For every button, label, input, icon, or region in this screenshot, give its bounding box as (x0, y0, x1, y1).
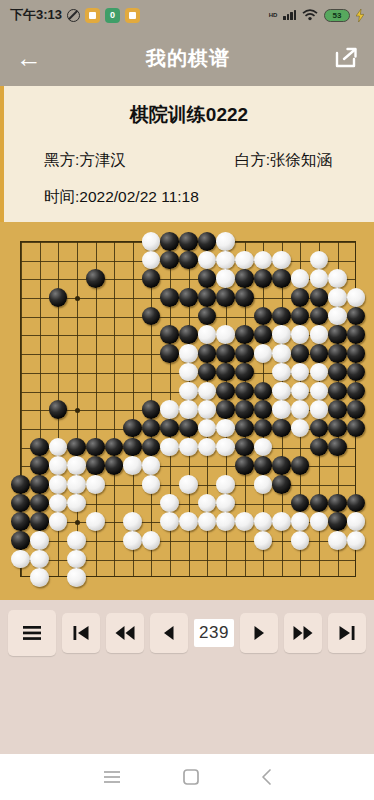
white-stone (179, 400, 198, 419)
notification-badge-icon (85, 8, 100, 23)
white-stone (49, 475, 68, 494)
black-stone (235, 382, 254, 401)
black-stone (235, 363, 254, 382)
black-stone (254, 456, 273, 475)
white-stone (123, 531, 142, 550)
menu-button[interactable] (8, 610, 56, 656)
notification-badge-icon (125, 8, 140, 23)
black-stone (347, 325, 366, 344)
black-stone (235, 288, 254, 307)
black-stone (310, 288, 329, 307)
white-stone (310, 382, 329, 401)
white-stone (272, 325, 291, 344)
black-stone (254, 382, 273, 401)
white-stone (86, 475, 105, 494)
black-stone (198, 269, 217, 288)
white-stone (49, 456, 68, 475)
page-title: 我的棋谱 (146, 45, 230, 72)
wifi-icon (302, 9, 318, 21)
back-button[interactable]: ← (16, 45, 42, 71)
white-stone (216, 269, 235, 288)
black-player-label: 黑方:方津汉 (44, 150, 126, 171)
white-stone (328, 531, 347, 550)
nav-home-button[interactable] (181, 767, 201, 787)
signal-icon (283, 10, 296, 20)
black-stone (30, 438, 49, 457)
black-stone (328, 382, 347, 401)
black-stone (347, 494, 366, 513)
white-stone (67, 494, 86, 513)
white-stone (142, 475, 161, 494)
white-stone (11, 550, 30, 569)
white-stone (216, 325, 235, 344)
white-stone (67, 568, 86, 587)
white-stone (30, 531, 49, 550)
nav-menu-button[interactable] (101, 769, 123, 785)
next-move-button[interactable] (240, 613, 278, 653)
white-stone (30, 550, 49, 569)
white-stone (160, 400, 179, 419)
black-stone (86, 456, 105, 475)
notification-badge-icon: 0 (105, 8, 120, 23)
black-stone (30, 512, 49, 531)
white-stone (160, 494, 179, 513)
black-stone (328, 363, 347, 382)
black-stone (216, 288, 235, 307)
black-stone (235, 456, 254, 475)
black-stone (11, 512, 30, 531)
white-stone (216, 494, 235, 513)
black-stone (347, 400, 366, 419)
black-stone (11, 494, 30, 513)
black-stone (272, 475, 291, 494)
black-stone (328, 344, 347, 363)
white-stone (254, 344, 273, 363)
white-stone (123, 512, 142, 531)
white-stone (179, 512, 198, 531)
black-stone (254, 269, 273, 288)
black-stone (30, 456, 49, 475)
black-stone (67, 438, 86, 457)
black-stone (328, 438, 347, 457)
white-stone (160, 512, 179, 531)
black-stone (30, 475, 49, 494)
black-stone (347, 382, 366, 401)
white-stone (67, 550, 86, 569)
black-stone (328, 400, 347, 419)
charging-bolt-icon (356, 9, 364, 22)
black-stone (179, 325, 198, 344)
white-stone (310, 400, 329, 419)
white-stone (216, 512, 235, 531)
black-stone (11, 531, 30, 550)
black-stone (291, 344, 310, 363)
white-stone (310, 269, 329, 288)
white-stone (328, 307, 347, 326)
black-stone (310, 438, 329, 457)
white-stone (216, 475, 235, 494)
white-stone (142, 456, 161, 475)
white-stone (347, 288, 366, 307)
move-number-display[interactable]: 239 (194, 619, 234, 647)
black-stone (291, 288, 310, 307)
black-stone (254, 400, 273, 419)
black-stone (179, 232, 198, 251)
first-move-button[interactable] (62, 613, 100, 653)
white-player-label: 白方:张徐知涵 (235, 150, 332, 171)
white-stone (67, 531, 86, 550)
black-stone (198, 288, 217, 307)
black-stone (328, 325, 347, 344)
battery-icon: 53 (324, 9, 350, 22)
white-stone (272, 251, 291, 270)
black-stone (179, 251, 198, 270)
white-stone (291, 531, 310, 550)
white-stone (142, 531, 161, 550)
white-stone (310, 325, 329, 344)
app-screen: 下午3:13 0 HD 53 ← 我的棋谱 (0, 0, 374, 800)
game-info-panel: 棋院训练0222 黑方:方津汉 白方:张徐知涵 时间:2022/02/22 11… (0, 86, 374, 222)
black-stone (328, 419, 347, 438)
white-stone (235, 512, 254, 531)
white-stone (30, 568, 49, 587)
mute-icon (67, 9, 80, 22)
white-stone (291, 400, 310, 419)
go-board[interactable] (0, 222, 374, 600)
playback-controls: 239 (0, 600, 374, 754)
black-stone (123, 419, 142, 438)
white-stone (254, 475, 273, 494)
white-stone (254, 531, 273, 550)
black-stone (30, 494, 49, 513)
white-stone (198, 512, 217, 531)
fast-forward-button[interactable] (284, 613, 322, 653)
black-stone (347, 344, 366, 363)
white-stone (179, 438, 198, 457)
white-stone (216, 438, 235, 457)
star-point (75, 520, 80, 525)
white-stone (328, 288, 347, 307)
android-nav-bar (0, 754, 374, 800)
black-stone (235, 400, 254, 419)
white-stone (272, 400, 291, 419)
black-stone (123, 438, 142, 457)
black-stone (235, 344, 254, 363)
nav-back-button[interactable] (259, 767, 273, 787)
white-stone (123, 456, 142, 475)
black-stone (86, 269, 105, 288)
black-stone (160, 344, 179, 363)
black-stone (49, 400, 68, 419)
black-stone (216, 344, 235, 363)
black-stone (347, 363, 366, 382)
black-stone (310, 344, 329, 363)
black-stone (347, 419, 366, 438)
black-stone (142, 400, 161, 419)
white-stone (179, 475, 198, 494)
white-stone (160, 438, 179, 457)
white-stone (216, 251, 235, 270)
white-stone (142, 232, 161, 251)
white-stone (179, 363, 198, 382)
black-stone (160, 232, 179, 251)
white-stone (49, 512, 68, 531)
black-stone (179, 288, 198, 307)
last-move-button[interactable] (328, 613, 366, 653)
white-stone (272, 344, 291, 363)
clock: 下午3:13 (10, 6, 62, 24)
star-point (75, 408, 80, 413)
hd-label: HD (269, 12, 278, 18)
white-stone (272, 382, 291, 401)
white-stone (67, 456, 86, 475)
previous-move-button[interactable] (150, 613, 188, 653)
black-stone (179, 419, 198, 438)
white-stone (179, 344, 198, 363)
star-point (75, 296, 80, 301)
white-stone (272, 512, 291, 531)
white-stone (347, 531, 366, 550)
white-stone (347, 512, 366, 531)
white-stone (86, 512, 105, 531)
white-stone (216, 232, 235, 251)
black-stone (235, 438, 254, 457)
black-stone (235, 269, 254, 288)
share-button[interactable] (334, 47, 358, 69)
black-stone (216, 382, 235, 401)
black-stone (235, 325, 254, 344)
black-stone (272, 456, 291, 475)
white-stone (310, 512, 329, 531)
status-bar: 下午3:13 0 HD 53 (0, 0, 374, 30)
white-stone (272, 363, 291, 382)
black-stone (11, 475, 30, 494)
white-stone (328, 269, 347, 288)
white-stone (67, 475, 86, 494)
white-stone (179, 382, 198, 401)
black-stone (235, 419, 254, 438)
black-stone (254, 325, 273, 344)
black-stone (272, 269, 291, 288)
black-stone (49, 288, 68, 307)
black-stone (328, 512, 347, 531)
white-stone (235, 251, 254, 270)
black-stone (347, 307, 366, 326)
black-stone (328, 494, 347, 513)
black-stone (198, 232, 217, 251)
black-stone (198, 344, 217, 363)
game-title: 棋院训练0222 (4, 86, 374, 128)
black-stone (160, 288, 179, 307)
black-stone (160, 325, 179, 344)
app-header: ← 我的棋谱 (0, 30, 374, 86)
game-datetime: 时间:2022/02/22 11:18 (4, 187, 374, 208)
black-stone (272, 307, 291, 326)
white-stone (254, 512, 273, 531)
white-stone (198, 400, 217, 419)
black-stone (86, 438, 105, 457)
black-stone (105, 456, 124, 475)
black-stone (216, 400, 235, 419)
fast-backward-button[interactable] (106, 613, 144, 653)
